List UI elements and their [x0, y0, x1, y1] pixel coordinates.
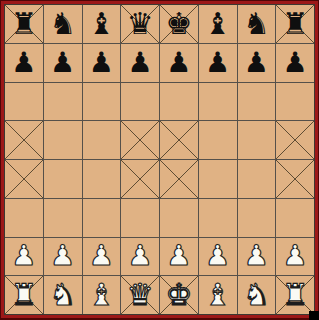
white-rook: ♜ [10, 280, 37, 310]
square-e2[interactable]: ♟ [160, 238, 198, 276]
square-g7[interactable]: ♟ [238, 44, 276, 82]
white-knight: ♞ [243, 280, 270, 310]
square-h6[interactable] [276, 83, 314, 121]
black-pawn: ♟ [283, 49, 308, 77]
white-pawn: ♟ [205, 242, 230, 270]
square-d3[interactable] [121, 199, 159, 237]
square-b4[interactable] [44, 160, 82, 198]
square-e1[interactable]: ♚ [160, 276, 198, 314]
square-g1[interactable]: ♞ [238, 276, 276, 314]
square-e4[interactable] [160, 160, 198, 198]
black-pawn: ♟ [11, 49, 36, 77]
square-h2[interactable]: ♟ [276, 238, 314, 276]
square-a6[interactable] [5, 83, 43, 121]
square-d5[interactable] [121, 121, 159, 159]
square-h3[interactable] [276, 199, 314, 237]
square-a8[interactable]: ♜ [5, 5, 43, 43]
square-f7[interactable]: ♟ [199, 44, 237, 82]
square-d4[interactable] [121, 160, 159, 198]
square-b3[interactable] [44, 199, 82, 237]
white-knight: ♞ [49, 280, 76, 310]
board-frame: ♜♞♝♛♚♝♞♜♟♟♟♟♟♟♟♟♟♟♟♟♟♟♟♟♜♞♝♛♚♝♞♜ [0, 0, 319, 320]
square-a5[interactable] [5, 121, 43, 159]
black-pawn: ♟ [50, 49, 75, 77]
black-pawn: ♟ [244, 49, 269, 77]
square-b8[interactable]: ♞ [44, 5, 82, 43]
white-pawn: ♟ [244, 242, 269, 270]
square-b7[interactable]: ♟ [44, 44, 82, 82]
black-knight: ♞ [243, 9, 270, 39]
board: ♜♞♝♛♚♝♞♜♟♟♟♟♟♟♟♟♟♟♟♟♟♟♟♟♜♞♝♛♚♝♞♜ [4, 4, 315, 315]
white-pawn: ♟ [128, 242, 153, 270]
square-b5[interactable] [44, 121, 82, 159]
square-f5[interactable] [199, 121, 237, 159]
square-e5[interactable] [160, 121, 198, 159]
square-h5[interactable] [276, 121, 314, 159]
square-f8[interactable]: ♝ [199, 5, 237, 43]
square-d6[interactable] [121, 83, 159, 121]
black-knight: ♞ [49, 9, 76, 39]
white-pawn: ♟ [89, 242, 114, 270]
square-a1[interactable]: ♜ [5, 276, 43, 314]
square-a3[interactable] [5, 199, 43, 237]
square-h7[interactable]: ♟ [276, 44, 314, 82]
square-b6[interactable] [44, 83, 82, 121]
image-shadow-corner [309, 311, 319, 320]
square-c3[interactable] [83, 199, 121, 237]
square-a2[interactable]: ♟ [5, 238, 43, 276]
square-f6[interactable] [199, 83, 237, 121]
square-d7[interactable]: ♟ [121, 44, 159, 82]
square-b2[interactable]: ♟ [44, 238, 82, 276]
black-king: ♚ [165, 9, 192, 39]
square-e7[interactable]: ♟ [160, 44, 198, 82]
square-c7[interactable]: ♟ [83, 44, 121, 82]
white-elephant: ♝ [88, 280, 115, 310]
square-e6[interactable] [160, 83, 198, 121]
square-h4[interactable] [276, 160, 314, 198]
white-pawn: ♟ [50, 242, 75, 270]
white-elephant: ♝ [204, 280, 231, 310]
square-b1[interactable]: ♞ [44, 276, 82, 314]
square-c2[interactable]: ♟ [83, 238, 121, 276]
square-d8[interactable]: ♛ [121, 5, 159, 43]
black-pawn: ♟ [89, 49, 114, 77]
square-f1[interactable]: ♝ [199, 276, 237, 314]
square-c1[interactable]: ♝ [83, 276, 121, 314]
square-g2[interactable]: ♟ [238, 238, 276, 276]
white-pawn: ♟ [166, 242, 191, 270]
square-f4[interactable] [199, 160, 237, 198]
square-g5[interactable] [238, 121, 276, 159]
square-c5[interactable] [83, 121, 121, 159]
square-c6[interactable] [83, 83, 121, 121]
square-c4[interactable] [83, 160, 121, 198]
square-h8[interactable]: ♜ [276, 5, 314, 43]
black-pawn: ♟ [205, 49, 230, 77]
square-c8[interactable]: ♝ [83, 5, 121, 43]
black-rook: ♜ [10, 9, 37, 39]
square-h1[interactable]: ♜ [276, 276, 314, 314]
white-ferz: ♛ [127, 280, 154, 310]
square-g6[interactable] [238, 83, 276, 121]
white-pawn: ♟ [283, 242, 308, 270]
square-f2[interactable]: ♟ [199, 238, 237, 276]
white-king: ♚ [165, 280, 192, 310]
black-rook: ♜ [282, 9, 309, 39]
square-a7[interactable]: ♟ [5, 44, 43, 82]
square-g4[interactable] [238, 160, 276, 198]
square-a4[interactable] [5, 160, 43, 198]
square-g8[interactable]: ♞ [238, 5, 276, 43]
black-elephant: ♝ [204, 9, 231, 39]
black-ferz: ♛ [127, 9, 154, 39]
square-f3[interactable] [199, 199, 237, 237]
square-g3[interactable] [238, 199, 276, 237]
black-pawn: ♟ [166, 49, 191, 77]
square-e3[interactable] [160, 199, 198, 237]
white-pawn: ♟ [11, 242, 36, 270]
black-pawn: ♟ [128, 49, 153, 77]
square-d1[interactable]: ♛ [121, 276, 159, 314]
white-rook: ♜ [282, 280, 309, 310]
square-d2[interactable]: ♟ [121, 238, 159, 276]
black-elephant: ♝ [88, 9, 115, 39]
square-e8[interactable]: ♚ [160, 5, 198, 43]
